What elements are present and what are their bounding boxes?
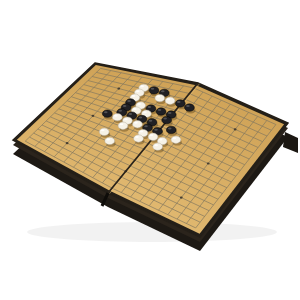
stone-highlight [144, 125, 148, 127]
white-stone [148, 133, 158, 140]
star-point [207, 162, 210, 164]
stone-highlight [154, 129, 158, 131]
stone-highlight [173, 137, 177, 139]
stone-highlight [156, 96, 160, 98]
star-point [234, 128, 237, 130]
stone-highlight [140, 85, 144, 87]
stone-highlight [168, 127, 172, 129]
stone-highlight [127, 100, 131, 102]
stone-highlight [120, 123, 124, 125]
stone-highlight [150, 134, 154, 136]
black-stone [102, 110, 112, 117]
stone-highlight [140, 131, 144, 133]
stone-highlight [149, 120, 153, 122]
white-stone [105, 137, 115, 144]
stone-highlight [118, 110, 122, 112]
product-photo [0, 0, 300, 300]
stone-highlight [104, 111, 108, 113]
stone-highlight [132, 95, 136, 97]
black-stone [185, 104, 195, 111]
stone-highlight [129, 113, 133, 115]
star-point [117, 87, 120, 89]
white-stone [171, 136, 181, 143]
black-stone [156, 108, 166, 115]
stone-highlight [143, 111, 147, 113]
stone-highlight [159, 139, 163, 141]
stone-highlight [148, 106, 152, 108]
stone-highlight [186, 105, 190, 107]
black-stone [149, 87, 159, 94]
stone-highlight [124, 118, 128, 120]
white-stone [165, 97, 175, 104]
stone-highlight [133, 108, 137, 110]
black-stone [162, 116, 172, 123]
stone-highlight [134, 122, 138, 124]
white-stone [99, 128, 109, 135]
white-stone [155, 94, 165, 101]
star-point [66, 142, 69, 144]
white-stone [153, 143, 163, 150]
stone-highlight [123, 105, 127, 107]
stone-highlight [163, 118, 167, 120]
black-stone [166, 126, 176, 133]
white-stone [134, 135, 144, 142]
go-board [0, 0, 300, 300]
stone-highlight [136, 90, 140, 92]
white-stone [118, 122, 128, 129]
black-stone [175, 100, 185, 107]
star-point [92, 115, 95, 117]
stone-highlight [158, 109, 162, 111]
stone-highlight [161, 90, 165, 92]
white-stone [112, 113, 122, 120]
stone-highlight [168, 112, 172, 114]
stone-highlight [154, 144, 158, 146]
stone-highlight [137, 103, 141, 105]
stone-highlight [167, 98, 171, 100]
stone-highlight [101, 129, 105, 131]
stone-highlight [114, 115, 118, 117]
white-stone [133, 120, 143, 127]
stone-highlight [106, 138, 110, 140]
star-point [180, 196, 183, 198]
stone-highlight [135, 136, 139, 138]
stone-highlight [177, 101, 181, 103]
stone-highlight [151, 88, 155, 90]
latch-tab [283, 132, 298, 153]
stone-highlight [139, 116, 143, 118]
